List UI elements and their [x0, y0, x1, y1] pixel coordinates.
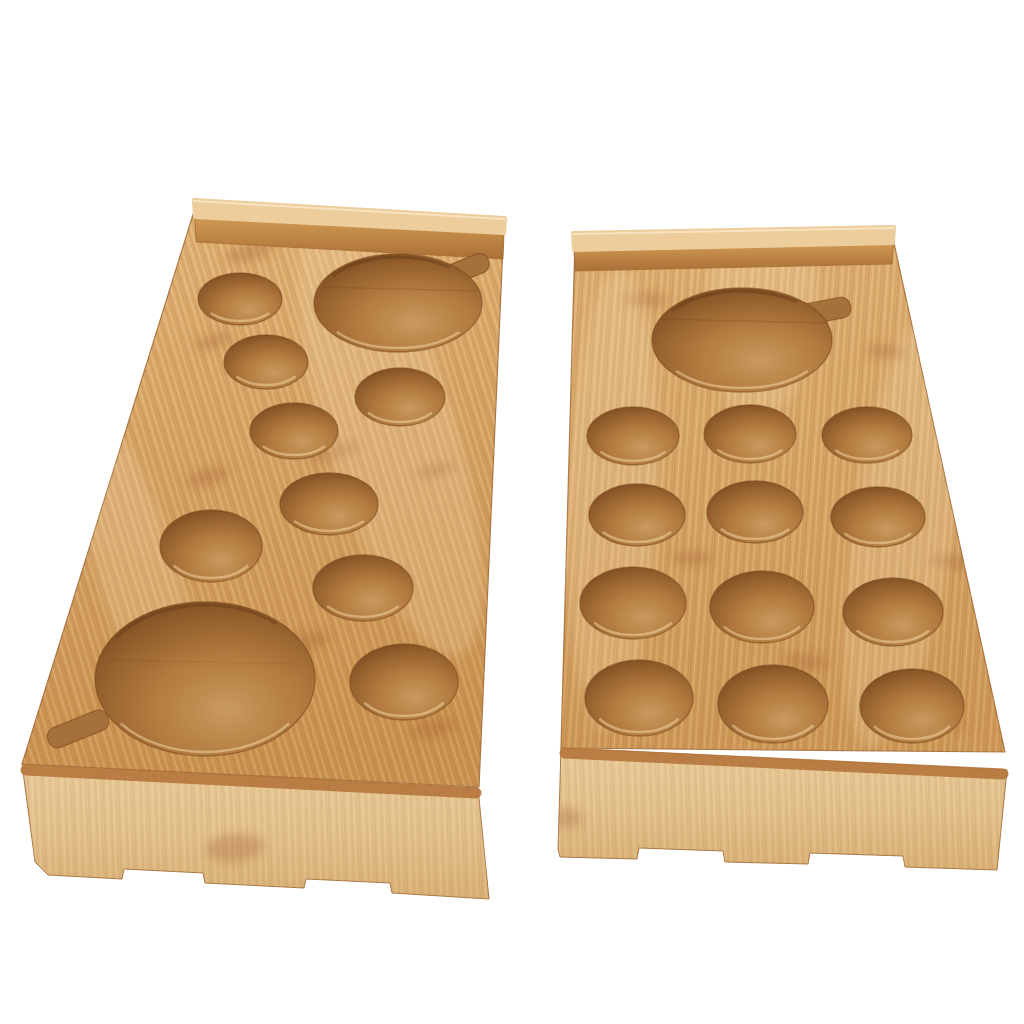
right-tray-pit-9-round — [710, 571, 814, 643]
left-tray-pit-2-recess — [314, 254, 482, 352]
left-tray-pit-5-recess — [250, 403, 338, 459]
right-tray-pit-8-round — [580, 567, 686, 639]
left-tray-pit-6-round — [280, 473, 378, 535]
left-tray-pit-7-round — [160, 510, 262, 582]
right-tray-pit-13-recess — [860, 669, 964, 743]
right-tray-pit-10-recess — [843, 578, 943, 646]
right-tray-pit-10-round — [843, 578, 943, 646]
right-tray-pit-7-recess — [831, 487, 925, 547]
left-tray-pit-4-recess — [355, 368, 445, 426]
left-tray-pit-8-recess — [313, 555, 413, 621]
photo-canvas — [0, 0, 1024, 1024]
right-tray-pit-8-recess — [580, 567, 686, 639]
left-tray-pit-3-recess — [224, 335, 308, 389]
right-tray-pit-11-round — [585, 660, 693, 736]
left-tray-pit-10-round — [350, 644, 458, 720]
left-tray-pit-10-recess — [350, 644, 458, 720]
right-tray-pit-12-recess — [718, 665, 828, 743]
left-tray-pit-1-recess — [198, 273, 282, 325]
right-tray-pit-5-recess — [589, 484, 685, 546]
right-tray-pit-2-round — [587, 407, 679, 465]
left-tray-pit-3-round — [224, 335, 308, 389]
left-tray-pit-1-round — [198, 273, 282, 325]
scene-svg — [0, 0, 1024, 1024]
right-tray-pit-9-recess — [710, 571, 814, 643]
left-tray-pit-8-round — [313, 555, 413, 621]
right-tray-pit-12-round — [718, 665, 828, 743]
right-tray-pit-11-recess — [585, 660, 693, 736]
right-tray-pit-5-round — [589, 484, 685, 546]
right-tray-pit-6-recess — [707, 481, 803, 543]
left-tray-pit-7-recess — [160, 510, 262, 582]
left-tray-pit-5-round — [250, 403, 338, 459]
left-tray-pit-9-recess — [95, 602, 315, 756]
right-tray-pit-7-round — [831, 487, 925, 547]
right-tray-pit-1-recess — [652, 288, 832, 392]
right-tray-pit-13-round — [860, 669, 964, 743]
right-tray-pit-6-round — [707, 481, 803, 543]
right-tray-pit-3-round — [704, 405, 796, 463]
right-tray-pit-4-round — [822, 407, 912, 463]
right-tray-pit-2-recess — [587, 407, 679, 465]
left-tray-pit-6-recess — [280, 473, 378, 535]
right-tray-pit-3-recess — [704, 405, 796, 463]
left-tray-pit-4-round — [355, 368, 445, 426]
right-tray-pit-4-recess — [822, 407, 912, 463]
